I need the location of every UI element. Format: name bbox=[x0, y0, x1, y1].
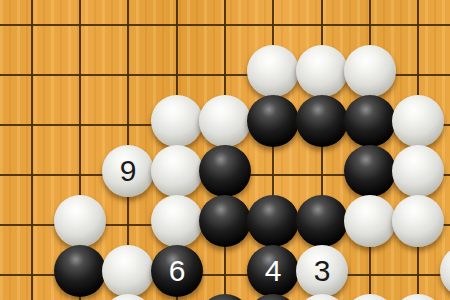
stone-black[interactable] bbox=[247, 195, 299, 247]
stone-white[interactable] bbox=[102, 294, 154, 300]
go-board[interactable]: 9643 bbox=[0, 0, 450, 300]
stone-black[interactable] bbox=[296, 95, 348, 147]
stone-white[interactable] bbox=[199, 95, 251, 147]
stone-white[interactable] bbox=[392, 294, 444, 300]
move-number-3: 3 bbox=[314, 256, 331, 286]
stone-white[interactable] bbox=[54, 195, 106, 247]
move-number-9: 9 bbox=[120, 156, 137, 186]
stone-black[interactable] bbox=[344, 95, 396, 147]
stone-white[interactable] bbox=[151, 95, 203, 147]
stone-white[interactable] bbox=[344, 195, 396, 247]
stone-black[interactable] bbox=[344, 145, 396, 197]
stone-black[interactable] bbox=[199, 294, 251, 300]
stone-white[interactable] bbox=[151, 195, 203, 247]
stone-black[interactable] bbox=[247, 294, 299, 300]
stone-black[interactable] bbox=[296, 195, 348, 247]
stone-white[interactable] bbox=[392, 95, 444, 147]
stone-black[interactable] bbox=[199, 195, 251, 247]
stone-black-6[interactable]: 6 bbox=[151, 245, 203, 297]
stone-white[interactable] bbox=[344, 45, 396, 97]
stone-white-3[interactable]: 3 bbox=[296, 245, 348, 297]
stone-black-4[interactable]: 4 bbox=[247, 245, 299, 297]
stone-white[interactable] bbox=[392, 195, 444, 247]
stone-white[interactable] bbox=[151, 145, 203, 197]
stone-white[interactable] bbox=[296, 45, 348, 97]
move-number-6: 6 bbox=[169, 256, 186, 286]
stone-white[interactable] bbox=[296, 294, 348, 300]
stone-white[interactable] bbox=[392, 145, 444, 197]
stone-black[interactable] bbox=[247, 95, 299, 147]
stone-white-9[interactable]: 9 bbox=[102, 145, 154, 197]
stone-white[interactable] bbox=[344, 294, 396, 300]
stone-white[interactable] bbox=[102, 245, 154, 297]
stone-white[interactable] bbox=[247, 45, 299, 97]
move-number-4: 4 bbox=[265, 256, 282, 286]
grid-vline-0 bbox=[31, 0, 33, 300]
stone-black[interactable] bbox=[199, 145, 251, 197]
stone-black[interactable] bbox=[54, 245, 106, 297]
stone-white[interactable] bbox=[440, 245, 450, 297]
